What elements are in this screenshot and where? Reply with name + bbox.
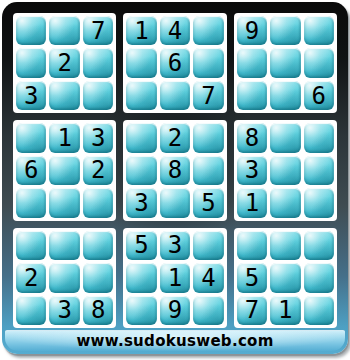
cell-r5c7[interactable]: 3	[237, 156, 267, 185]
cell-r8c7[interactable]: 5	[237, 263, 267, 292]
cell-r3c5[interactable]	[160, 81, 190, 110]
cell-r5c4[interactable]	[126, 156, 156, 185]
cell-r7c3[interactable]	[83, 231, 113, 260]
cell-r1c4[interactable]: 1	[126, 16, 156, 45]
cell-r7c7[interactable]	[237, 231, 267, 260]
cell-r4c3[interactable]: 3	[83, 123, 113, 152]
cell-r5c6[interactable]	[193, 156, 223, 185]
cell-r1c6[interactable]	[193, 16, 223, 45]
cell-r6c5[interactable]	[160, 188, 190, 217]
cell-r1c8[interactable]	[270, 16, 300, 45]
cell-r9c7[interactable]: 7	[237, 296, 267, 325]
cell-r7c9[interactable]	[304, 231, 334, 260]
cell-r2c3[interactable]	[83, 48, 113, 77]
cell-r8c9[interactable]	[304, 263, 334, 292]
block-0-2: 96	[234, 13, 337, 113]
cell-r8c8[interactable]	[270, 263, 300, 292]
cell-r4c1[interactable]	[16, 123, 46, 152]
block-2-2: 571	[234, 228, 337, 328]
sudoku-board: 7231467961362283583123853149571	[13, 13, 337, 328]
cell-r6c6[interactable]: 5	[193, 188, 223, 217]
cell-r3c3[interactable]	[83, 81, 113, 110]
cell-r4c6[interactable]	[193, 123, 223, 152]
cell-r8c3[interactable]	[83, 263, 113, 292]
cell-r6c2[interactable]	[49, 188, 79, 217]
cell-r7c8[interactable]	[270, 231, 300, 260]
site-url: www.sudokusweb.com	[76, 332, 273, 350]
cell-r2c7[interactable]	[237, 48, 267, 77]
sudoku-frame: 7231467961362283583123853149571 www.sudo…	[2, 2, 348, 354]
cell-r4c4[interactable]	[126, 123, 156, 152]
cell-r2c5[interactable]: 6	[160, 48, 190, 77]
cell-r3c8[interactable]	[270, 81, 300, 110]
cell-r8c5[interactable]: 1	[160, 263, 190, 292]
cell-r9c1[interactable]	[16, 296, 46, 325]
cell-r9c2[interactable]: 3	[49, 296, 79, 325]
cell-r2c8[interactable]	[270, 48, 300, 77]
cell-r5c9[interactable]	[304, 156, 334, 185]
cell-r4c2[interactable]: 1	[49, 123, 79, 152]
cell-r3c6[interactable]: 7	[193, 81, 223, 110]
cell-r9c8[interactable]: 1	[270, 296, 300, 325]
cell-r8c6[interactable]: 4	[193, 263, 223, 292]
cell-r5c3[interactable]: 2	[83, 156, 113, 185]
cell-r1c7[interactable]: 9	[237, 16, 267, 45]
page: 7231467961362283583123853149571 www.sudo…	[0, 0, 350, 360]
cell-r7c4[interactable]: 5	[126, 231, 156, 260]
cell-r1c2[interactable]	[49, 16, 79, 45]
cell-r9c3[interactable]: 8	[83, 296, 113, 325]
block-1-0: 1362	[13, 120, 116, 220]
cell-r5c1[interactable]: 6	[16, 156, 46, 185]
block-1-2: 831	[234, 120, 337, 220]
cell-r2c9[interactable]	[304, 48, 334, 77]
cell-r4c5[interactable]: 2	[160, 123, 190, 152]
cell-r8c2[interactable]	[49, 263, 79, 292]
block-1-1: 2835	[123, 120, 226, 220]
cell-r7c1[interactable]	[16, 231, 46, 260]
cell-r3c1[interactable]: 3	[16, 81, 46, 110]
block-0-1: 1467	[123, 13, 226, 113]
cell-r4c7[interactable]: 8	[237, 123, 267, 152]
cell-r6c9[interactable]	[304, 188, 334, 217]
cell-r6c1[interactable]	[16, 188, 46, 217]
cell-r2c6[interactable]	[193, 48, 223, 77]
cell-r8c4[interactable]	[126, 263, 156, 292]
block-0-0: 723	[13, 13, 116, 113]
block-2-1: 53149	[123, 228, 226, 328]
cell-r4c9[interactable]	[304, 123, 334, 152]
cell-r5c2[interactable]	[49, 156, 79, 185]
footer-band: www.sudokusweb.com	[5, 330, 345, 351]
cell-r2c2[interactable]: 2	[49, 48, 79, 77]
cell-r9c5[interactable]: 9	[160, 296, 190, 325]
cell-r3c9[interactable]: 6	[304, 81, 334, 110]
cell-r6c3[interactable]	[83, 188, 113, 217]
cell-r3c4[interactable]	[126, 81, 156, 110]
cell-r6c4[interactable]: 3	[126, 188, 156, 217]
cell-r5c8[interactable]	[270, 156, 300, 185]
cell-r9c9[interactable]	[304, 296, 334, 325]
cell-r4c8[interactable]	[270, 123, 300, 152]
cell-r3c7[interactable]	[237, 81, 267, 110]
cell-r2c4[interactable]	[126, 48, 156, 77]
cell-r6c7[interactable]: 1	[237, 188, 267, 217]
cell-r7c2[interactable]	[49, 231, 79, 260]
cell-r1c5[interactable]: 4	[160, 16, 190, 45]
block-2-0: 238	[13, 228, 116, 328]
cell-r9c6[interactable]	[193, 296, 223, 325]
cell-r7c5[interactable]: 3	[160, 231, 190, 260]
cell-r7c6[interactable]	[193, 231, 223, 260]
cell-r8c1[interactable]: 2	[16, 263, 46, 292]
cell-r1c1[interactable]	[16, 16, 46, 45]
cell-r1c9[interactable]	[304, 16, 334, 45]
cell-r5c5[interactable]: 8	[160, 156, 190, 185]
cell-r3c2[interactable]	[49, 81, 79, 110]
cell-r2c1[interactable]	[16, 48, 46, 77]
cell-r9c4[interactable]	[126, 296, 156, 325]
cell-r6c8[interactable]	[270, 188, 300, 217]
cell-r1c3[interactable]: 7	[83, 16, 113, 45]
